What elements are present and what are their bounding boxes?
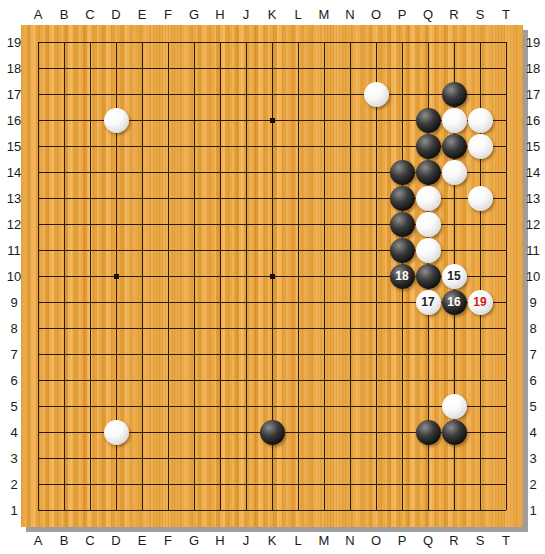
column-label-bottom-N: N <box>345 533 354 548</box>
row-label-left-4: 4 <box>10 425 17 440</box>
white-stone-S13 <box>468 186 493 211</box>
row-label-right-9: 9 <box>529 295 536 310</box>
cell-D4 <box>103 419 129 445</box>
go-board[interactable]: 1815171619 <box>21 25 523 527</box>
white-stone-O17 <box>364 82 389 107</box>
white-stone-R14 <box>442 160 467 185</box>
black-stone-Q16 <box>416 108 441 133</box>
cell-Q9: 17 <box>415 289 441 315</box>
column-label-top-G: G <box>189 7 199 22</box>
row-label-left-13: 13 <box>7 191 21 206</box>
black-stone-R9: 16 <box>442 290 467 315</box>
black-stone-K4 <box>260 420 285 445</box>
white-stone-S15 <box>468 134 493 159</box>
move-number: 18 <box>390 264 415 289</box>
column-label-top-Q: Q <box>423 7 433 22</box>
cell-P14 <box>389 159 415 185</box>
white-stone-R16 <box>442 108 467 133</box>
cell-Q4 <box>415 419 441 445</box>
cell-R17 <box>441 81 467 107</box>
column-label-bottom-T: T <box>502 533 510 548</box>
row-label-left-1: 1 <box>10 503 17 518</box>
move-number: 17 <box>416 290 441 315</box>
black-stone-R15 <box>442 134 467 159</box>
cell-O17 <box>363 81 389 107</box>
column-label-bottom-C: C <box>85 533 94 548</box>
column-label-bottom-M: M <box>319 533 330 548</box>
go-diagram-page: 1815171619 AABBCCDDEEFFGGHHJJKKLLMMNNOOP… <box>0 0 545 554</box>
white-stone-D4 <box>104 420 129 445</box>
cell-P11 <box>389 237 415 263</box>
row-label-right-7: 7 <box>529 347 536 362</box>
cell-Q12 <box>415 211 441 237</box>
black-stone-P10: 18 <box>390 264 415 289</box>
column-label-bottom-E: E <box>138 533 147 548</box>
black-stone-P14 <box>390 160 415 185</box>
column-label-top-T: T <box>502 7 510 22</box>
row-label-right-13: 13 <box>526 191 540 206</box>
column-label-bottom-B: B <box>60 533 69 548</box>
cell-S13 <box>467 185 493 211</box>
white-stone-D16 <box>104 108 129 133</box>
white-stone-S16 <box>468 108 493 133</box>
cell-Q11 <box>415 237 441 263</box>
column-label-top-A: A <box>34 7 43 22</box>
row-label-left-7: 7 <box>10 347 17 362</box>
row-label-right-8: 8 <box>529 321 536 336</box>
cell-R4 <box>441 419 467 445</box>
column-label-top-F: F <box>164 7 172 22</box>
column-label-bottom-R: R <box>449 533 458 548</box>
row-label-right-14: 14 <box>526 165 540 180</box>
row-label-left-3: 3 <box>10 451 17 466</box>
row-label-left-14: 14 <box>7 165 21 180</box>
column-label-top-E: E <box>138 7 147 22</box>
column-label-top-D: D <box>111 7 120 22</box>
row-label-right-12: 12 <box>526 217 540 232</box>
row-label-right-6: 6 <box>529 373 536 388</box>
move-number: 16 <box>442 290 467 315</box>
row-label-right-18: 18 <box>526 61 540 76</box>
column-label-top-N: N <box>345 7 354 22</box>
row-label-right-10: 10 <box>526 269 540 284</box>
row-label-right-17: 17 <box>526 87 540 102</box>
column-label-top-J: J <box>243 7 250 22</box>
cell-Q14 <box>415 159 441 185</box>
cell-S9: 19 <box>467 289 493 315</box>
row-label-right-1: 1 <box>529 503 536 518</box>
cell-K4 <box>259 419 285 445</box>
column-label-bottom-O: O <box>371 533 381 548</box>
black-stone-P12 <box>390 212 415 237</box>
black-stone-Q14 <box>416 160 441 185</box>
white-stone-R5 <box>442 394 467 419</box>
cell-P10: 18 <box>389 263 415 289</box>
cell-Q15 <box>415 133 441 159</box>
column-label-top-K: K <box>268 7 277 22</box>
cell-R5 <box>441 393 467 419</box>
column-label-bottom-F: F <box>164 533 172 548</box>
column-label-top-B: B <box>60 7 69 22</box>
white-stone-Q11 <box>416 238 441 263</box>
cell-P13 <box>389 185 415 211</box>
column-label-top-R: R <box>449 7 458 22</box>
black-stone-Q15 <box>416 134 441 159</box>
column-label-top-P: P <box>398 7 407 22</box>
column-label-top-S: S <box>476 7 485 22</box>
row-label-left-15: 15 <box>7 139 21 154</box>
column-label-top-L: L <box>294 7 301 22</box>
column-label-top-O: O <box>371 7 381 22</box>
cell-D16 <box>103 107 129 133</box>
black-stone-Q4 <box>416 420 441 445</box>
black-stone-R17 <box>442 82 467 107</box>
row-label-right-11: 11 <box>526 243 540 258</box>
row-label-right-4: 4 <box>529 425 536 440</box>
row-label-right-15: 15 <box>526 139 540 154</box>
column-label-bottom-Q: Q <box>423 533 433 548</box>
row-label-left-19: 19 <box>7 35 21 50</box>
column-label-top-H: H <box>215 7 224 22</box>
column-label-bottom-P: P <box>398 533 407 548</box>
row-label-right-2: 2 <box>529 477 536 492</box>
row-label-left-10: 10 <box>7 269 21 284</box>
column-label-bottom-H: H <box>215 533 224 548</box>
cell-R14 <box>441 159 467 185</box>
cell-P12 <box>389 211 415 237</box>
cell-Q16 <box>415 107 441 133</box>
white-stone-Q9: 17 <box>416 290 441 315</box>
column-label-bottom-J: J <box>243 533 250 548</box>
column-label-top-C: C <box>85 7 94 22</box>
row-label-left-12: 12 <box>7 217 21 232</box>
row-label-left-6: 6 <box>10 373 17 388</box>
cell-R9: 16 <box>441 289 467 315</box>
column-label-bottom-A: A <box>34 533 43 548</box>
row-label-right-3: 3 <box>529 451 536 466</box>
black-stone-Q10 <box>416 264 441 289</box>
row-label-right-5: 5 <box>529 399 536 414</box>
white-stone-Q12 <box>416 212 441 237</box>
row-label-left-11: 11 <box>7 243 21 258</box>
row-label-right-19: 19 <box>526 35 540 50</box>
cell-Q13 <box>415 185 441 211</box>
move-number: 15 <box>442 264 467 289</box>
white-stone-S9: 19 <box>468 290 493 315</box>
board-cells[interactable]: 1815171619 <box>25 29 519 523</box>
column-label-bottom-K: K <box>268 533 277 548</box>
row-label-left-5: 5 <box>10 399 17 414</box>
cell-R15 <box>441 133 467 159</box>
last-move-number: 19 <box>468 290 493 315</box>
column-label-top-M: M <box>319 7 330 22</box>
row-label-left-18: 18 <box>7 61 21 76</box>
black-stone-P13 <box>390 186 415 211</box>
cell-Q10 <box>415 263 441 289</box>
column-label-bottom-G: G <box>189 533 199 548</box>
row-label-left-2: 2 <box>10 477 17 492</box>
row-label-left-17: 17 <box>7 87 21 102</box>
row-label-right-16: 16 <box>526 113 540 128</box>
row-label-left-9: 9 <box>10 295 17 310</box>
row-label-left-8: 8 <box>10 321 17 336</box>
cell-R10: 15 <box>441 263 467 289</box>
cell-S15 <box>467 133 493 159</box>
column-label-bottom-L: L <box>294 533 301 548</box>
white-stone-Q13 <box>416 186 441 211</box>
column-label-bottom-D: D <box>111 533 120 548</box>
cell-R16 <box>441 107 467 133</box>
white-stone-R10: 15 <box>442 264 467 289</box>
cell-S16 <box>467 107 493 133</box>
column-label-bottom-S: S <box>476 533 485 548</box>
black-stone-P11 <box>390 238 415 263</box>
row-label-left-16: 16 <box>7 113 21 128</box>
black-stone-R4 <box>442 420 467 445</box>
